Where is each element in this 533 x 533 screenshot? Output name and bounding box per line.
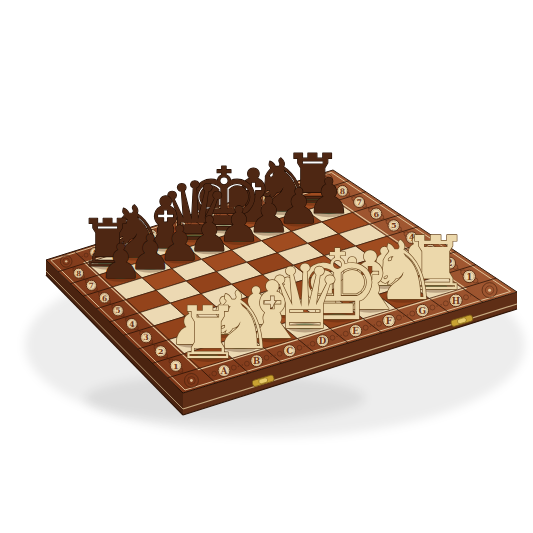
piece-white-rook-a1: ♜ bbox=[176, 291, 241, 375]
border-scroll-dot bbox=[351, 196, 352, 197]
border-scroll-dot bbox=[470, 295, 471, 296]
border-scroll-dot bbox=[111, 304, 112, 305]
border-scroll-dot bbox=[98, 292, 99, 293]
corner-ornament-dot bbox=[65, 260, 67, 262]
border-scroll-dot bbox=[477, 282, 478, 283]
border-scroll-dot bbox=[167, 357, 168, 358]
white-rook-glyph: ♜ bbox=[176, 291, 241, 375]
rank-label-far-7: 7 bbox=[356, 198, 361, 207]
rank-label-6: 6 bbox=[102, 294, 107, 303]
border-scroll-dot bbox=[385, 219, 386, 220]
border-scroll-dot bbox=[139, 331, 140, 332]
rank-label-far-6: 6 bbox=[373, 209, 379, 219]
chess-set-product-photo: AABBCCDDEEFFGGHH1122334455667788♜♞♟♝♟♚♟♛… bbox=[0, 0, 533, 533]
border-scroll-dot bbox=[366, 206, 367, 207]
rank-label-5: 5 bbox=[115, 306, 120, 315]
border-scroll-dot bbox=[97, 290, 98, 291]
border-scroll-dot bbox=[152, 343, 153, 344]
border-scroll-dot bbox=[137, 329, 138, 330]
black-pawn-glyph: ♟ bbox=[99, 234, 142, 289]
rank-label-4: 4 bbox=[129, 320, 135, 329]
rank-label-2: 2 bbox=[158, 346, 164, 356]
border-scroll-dot bbox=[123, 316, 124, 317]
corner-ornament-dot bbox=[190, 379, 193, 382]
rank-label-7: 7 bbox=[89, 281, 94, 290]
border-scroll-dot bbox=[383, 218, 384, 219]
rank-label-3: 3 bbox=[143, 333, 149, 342]
chess-board-scene: AABBCCDDEEFFGGHH1122334455667788♜♞♟♝♟♚♟♛… bbox=[0, 0, 533, 533]
piece-black-pawn-a7: ♟ bbox=[99, 234, 142, 289]
border-scroll-dot bbox=[110, 303, 111, 304]
border-scroll-dot bbox=[73, 267, 74, 268]
border-scroll-dot bbox=[154, 344, 155, 345]
border-scroll-dot bbox=[168, 359, 169, 360]
border-scroll-dot bbox=[125, 317, 126, 318]
border-scroll-dot bbox=[368, 208, 369, 209]
corner-ornament-dot bbox=[488, 289, 491, 292]
